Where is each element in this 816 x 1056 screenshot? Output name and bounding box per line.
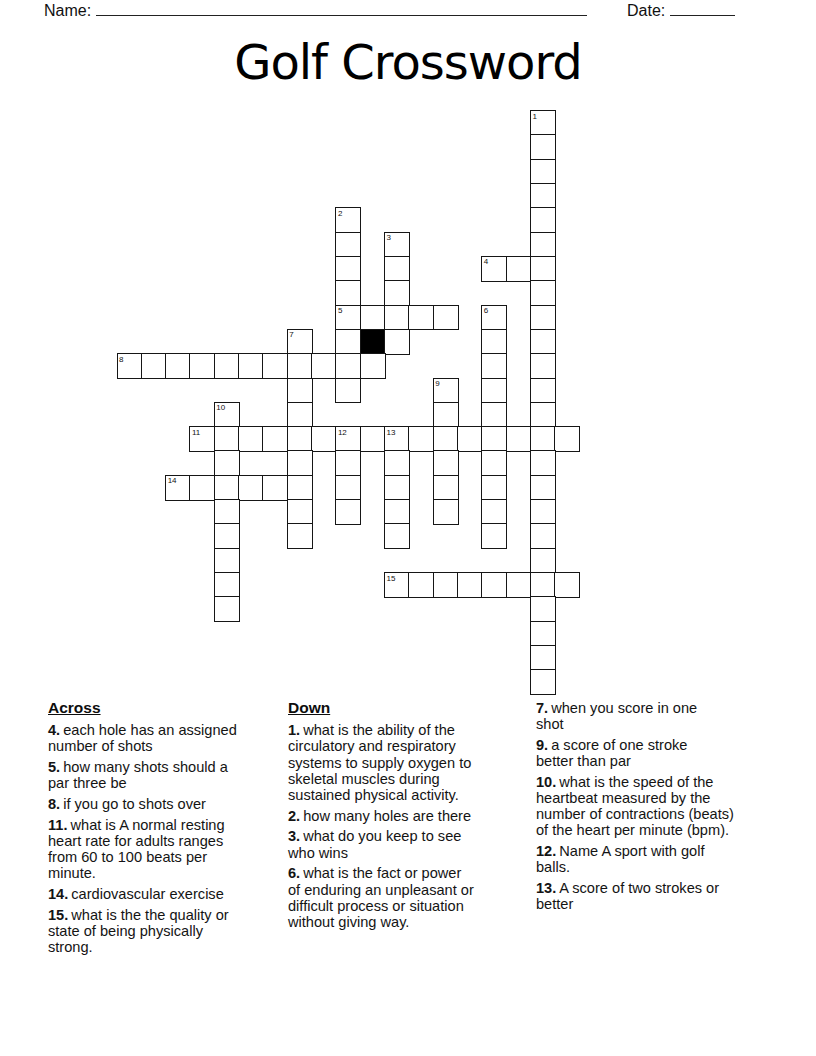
grid-cell[interactable]: 6 <box>481 305 507 331</box>
grid-cell[interactable]: 4 <box>481 256 507 282</box>
clue-number: 2. <box>288 808 300 824</box>
grid-cell[interactable] <box>481 402 507 428</box>
grid-cell[interactable]: 10 <box>214 402 240 428</box>
clue-text: how many shots should a par three be <box>48 759 228 791</box>
name-label: Name: <box>44 2 91 19</box>
clue-text: what is the speed of the heartbeat measu… <box>536 774 734 839</box>
grid-cell[interactable] <box>457 426 483 452</box>
grid-cell[interactable] <box>384 450 410 476</box>
grid-cell[interactable] <box>287 475 313 501</box>
grid-cell[interactable] <box>530 280 556 306</box>
clue-text: if you go to shots over <box>63 796 206 812</box>
grid-cell[interactable]: 1 <box>530 110 556 136</box>
grid-cell[interactable] <box>287 353 313 379</box>
clue-number: 11. <box>48 817 67 833</box>
grid-cell[interactable] <box>214 572 240 598</box>
grid-cell[interactable] <box>384 499 410 525</box>
grid-cell[interactable] <box>262 426 288 452</box>
clue-number: 3. <box>288 828 300 844</box>
grid-cell[interactable] <box>506 572 532 598</box>
clue-across-8: 8.if you go to shots over <box>48 796 274 812</box>
clue-down-3: 3.what do you keep to see who wins <box>288 828 520 860</box>
grid-cell[interactable] <box>530 548 556 574</box>
grid-cell[interactable] <box>214 499 240 525</box>
grid-cell[interactable] <box>335 256 361 282</box>
cell-number: 9 <box>435 379 439 388</box>
clue-number: 10. <box>536 774 556 790</box>
grid-cell[interactable] <box>384 523 410 549</box>
clue-number: 12. <box>536 843 556 859</box>
grid-cell[interactable] <box>311 353 337 379</box>
grid-cell[interactable] <box>214 596 240 622</box>
grid-cell[interactable] <box>481 475 507 501</box>
grid-cell[interactable] <box>214 353 240 379</box>
grid-cell[interactable] <box>506 426 532 452</box>
grid-cell[interactable]: 3 <box>384 232 410 258</box>
clue-number: 8. <box>48 796 60 812</box>
grid-cell[interactable] <box>530 378 556 404</box>
grid-cell[interactable] <box>214 548 240 574</box>
clue-number: 1. <box>288 722 300 738</box>
grid-cell[interactable] <box>287 402 313 428</box>
grid-cell[interactable] <box>311 426 337 452</box>
grid-cell[interactable] <box>335 329 361 355</box>
clue-number: 5. <box>48 759 60 775</box>
clue-across-15: 15.what is the the quality or state of b… <box>48 907 274 956</box>
date-label: Date: <box>627 2 665 19</box>
grid-cell[interactable] <box>287 426 313 452</box>
grid-cell[interactable]: 12 <box>335 426 361 452</box>
grid-cell[interactable] <box>530 621 556 647</box>
cell-number: 10 <box>216 403 225 412</box>
date-input-line[interactable] <box>670 2 735 16</box>
clue-text: what do you keep to see who wins <box>288 828 461 860</box>
grid-cell[interactable] <box>287 523 313 549</box>
grid-cell[interactable] <box>360 305 386 331</box>
crossword-grid: 123456789101112131415 <box>117 110 583 697</box>
grid-cell[interactable] <box>189 353 215 379</box>
grid-cell[interactable] <box>530 134 556 160</box>
grid-cell[interactable] <box>408 305 434 331</box>
grid-cell[interactable]: 2 <box>335 207 361 233</box>
grid-cell[interactable] <box>481 572 507 598</box>
page-title: Golf Crossword <box>0 36 816 88</box>
grid-cell[interactable] <box>433 450 459 476</box>
clue-number: 4. <box>48 722 60 738</box>
grid-cell[interactable] <box>287 450 313 476</box>
grid-cell[interactable] <box>238 353 264 379</box>
grid-cell[interactable] <box>530 645 556 671</box>
grid-cell[interactable] <box>530 159 556 185</box>
grid-cell[interactable] <box>506 256 532 282</box>
clue-text: each hole has an assigned number of shot… <box>48 722 237 754</box>
grid-cell[interactable] <box>530 232 556 258</box>
grid-cell[interactable] <box>554 426 580 452</box>
grid-cell[interactable] <box>384 256 410 282</box>
grid-cell[interactable]: 8 <box>117 353 143 379</box>
clue-number: 15. <box>48 907 68 923</box>
cell-number: 6 <box>484 306 488 315</box>
grid-cell[interactable] <box>481 329 507 355</box>
grid-cell[interactable] <box>384 329 410 355</box>
cell-number: 14 <box>168 476 177 485</box>
grid-cell[interactable] <box>530 523 556 549</box>
clue-number: 13. <box>536 880 556 896</box>
grid-cell[interactable] <box>287 378 313 404</box>
cell-number: 2 <box>338 209 342 218</box>
grid-cell[interactable] <box>214 450 240 476</box>
grid-cell[interactable]: 13 <box>384 426 410 452</box>
clue-number: 7. <box>536 700 548 716</box>
grid-cell[interactable]: 5 <box>335 305 361 331</box>
grid-cell[interactable] <box>481 378 507 404</box>
clue-down-7: 7.when you score in one shot <box>536 700 776 732</box>
grid-cell[interactable] <box>481 450 507 476</box>
clue-number: 6. <box>288 865 300 881</box>
grid-cell[interactable] <box>360 426 386 452</box>
grid-cell[interactable] <box>141 353 167 379</box>
grid-cell[interactable] <box>335 450 361 476</box>
clue-text: a score of one stroke better than par <box>536 737 687 769</box>
cell-number: 5 <box>338 306 342 315</box>
clue-text: Name A sport with golf balls. <box>536 843 705 875</box>
grid-cell[interactable] <box>554 572 580 598</box>
grid-cell[interactable] <box>189 475 215 501</box>
grid-cell[interactable] <box>214 426 240 452</box>
grid-cell[interactable] <box>530 353 556 379</box>
grid-cell[interactable]: 11 <box>189 426 215 452</box>
grid-cell[interactable] <box>433 499 459 525</box>
grid-cell[interactable] <box>335 280 361 306</box>
clue-down-6: 6.what is the fact or power of enduring … <box>288 865 520 930</box>
grid-cell[interactable] <box>457 572 483 598</box>
clue-text: when you score in one shot <box>536 700 697 732</box>
grid-cell[interactable] <box>481 523 507 549</box>
clue-number: 14. <box>48 886 68 902</box>
grid-cell[interactable] <box>384 475 410 501</box>
grid-cell[interactable] <box>384 280 410 306</box>
grid-cell[interactable]: 15 <box>384 572 410 598</box>
clue-across-4: 4.each hole has an assigned number of sh… <box>48 722 274 754</box>
grid-cell[interactable] <box>530 305 556 331</box>
grid-cell[interactable] <box>530 499 556 525</box>
clue-down-13: 13.A score of two strokes or better <box>536 880 776 912</box>
grid-cell[interactable] <box>530 256 556 282</box>
clue-text: what is the the quality or state of bein… <box>48 907 229 955</box>
grid-cell[interactable] <box>360 353 386 379</box>
grid-cell[interactable] <box>335 232 361 258</box>
grid-cell[interactable] <box>433 402 459 428</box>
grid-cell[interactable] <box>384 305 410 331</box>
cell-number: 13 <box>387 428 396 437</box>
grid-cell[interactable] <box>530 669 556 695</box>
grid-cell[interactable] <box>433 475 459 501</box>
grid-cell[interactable] <box>481 353 507 379</box>
grid-cell[interactable] <box>238 426 264 452</box>
grid-cell[interactable] <box>165 353 191 379</box>
grid-cell[interactable] <box>530 402 556 428</box>
cell-number: 11 <box>192 428 200 437</box>
across-clues-column: Across 4.each hole has an assigned numbe… <box>48 700 274 960</box>
cell-number: 4 <box>484 257 488 266</box>
name-input-line[interactable] <box>96 2 587 16</box>
clue-text: what is the fact or power of enduring an… <box>288 865 474 930</box>
cell-number: 1 <box>532 112 536 121</box>
clue-text: cardiovascular exercise <box>71 886 224 902</box>
down-clues-column: Down 1.what is the ability of the circul… <box>288 700 520 935</box>
cell-number: 7 <box>289 330 293 339</box>
grid-cell[interactable] <box>530 475 556 501</box>
grid-cell[interactable] <box>433 426 459 452</box>
grid-cell[interactable]: 9 <box>433 378 459 404</box>
grid-cell[interactable] <box>287 499 313 525</box>
clue-down-12: 12.Name A sport with golf balls. <box>536 843 776 875</box>
grid-cell[interactable] <box>335 475 361 501</box>
clue-across-11: 11.what is A normal resting heart rate f… <box>48 817 274 882</box>
clue-number: 9. <box>536 737 548 753</box>
cell-number: 8 <box>119 355 123 364</box>
grid-cell[interactable] <box>262 353 288 379</box>
across-header: Across <box>48 700 274 716</box>
clue-across-5: 5.how many shots should a par three be <box>48 759 274 791</box>
cell-number: 3 <box>387 233 391 242</box>
clue-across-14: 14.cardiovascular exercise <box>48 886 274 902</box>
grid-cell[interactable] <box>408 426 434 452</box>
clue-text: what is the ability of the circulatory a… <box>288 722 471 803</box>
cell-number: 15 <box>387 574 396 583</box>
grid-cell[interactable] <box>408 572 434 598</box>
grid-cell[interactable] <box>530 329 556 355</box>
grid-cell[interactable] <box>530 426 556 452</box>
clue-down-1: 1.what is the ability of the circulatory… <box>288 722 520 803</box>
clue-down-2: 2.how many holes are there <box>288 808 520 824</box>
grid-cell[interactable] <box>433 305 459 331</box>
clue-text: A score of two strokes or better <box>536 880 719 912</box>
down-header: Down <box>288 700 520 716</box>
grid-cell[interactable] <box>214 475 240 501</box>
grid-cell[interactable]: 14 <box>165 475 191 501</box>
grid-cell[interactable] <box>530 450 556 476</box>
clue-down-10: 10.what is the speed of the heartbeat me… <box>536 774 776 839</box>
grid-cell[interactable] <box>433 572 459 598</box>
grid-cell[interactable] <box>481 499 507 525</box>
clue-down-9: 9.a score of one stroke better than par <box>536 737 776 769</box>
date-field: Date: <box>627 2 735 20</box>
grid-cell[interactable] <box>530 207 556 233</box>
name-field: Name: <box>44 2 587 20</box>
worksheet-page: Name: Date: Golf Crossword 1234567891011… <box>0 0 816 1056</box>
grid-cell[interactable] <box>530 183 556 209</box>
grid-cell[interactable]: 7 <box>287 329 313 355</box>
grid-cell[interactable] <box>262 475 288 501</box>
grid-cell[interactable] <box>530 596 556 622</box>
grid-cell[interactable] <box>214 523 240 549</box>
black-cell <box>360 329 386 355</box>
grid-cell[interactable] <box>335 378 361 404</box>
grid-cell[interactable] <box>481 426 507 452</box>
grid-cell[interactable] <box>530 572 556 598</box>
grid-cell[interactable] <box>238 475 264 501</box>
grid-cell[interactable] <box>335 353 361 379</box>
grid-cell[interactable] <box>335 499 361 525</box>
clue-text: how many holes are there <box>303 808 471 824</box>
down-clues-continued-column: 7.when you score in one shot9.a score of… <box>536 700 776 917</box>
clue-text: what is A normal resting heart rate for … <box>48 817 225 882</box>
cell-number: 12 <box>338 428 347 437</box>
